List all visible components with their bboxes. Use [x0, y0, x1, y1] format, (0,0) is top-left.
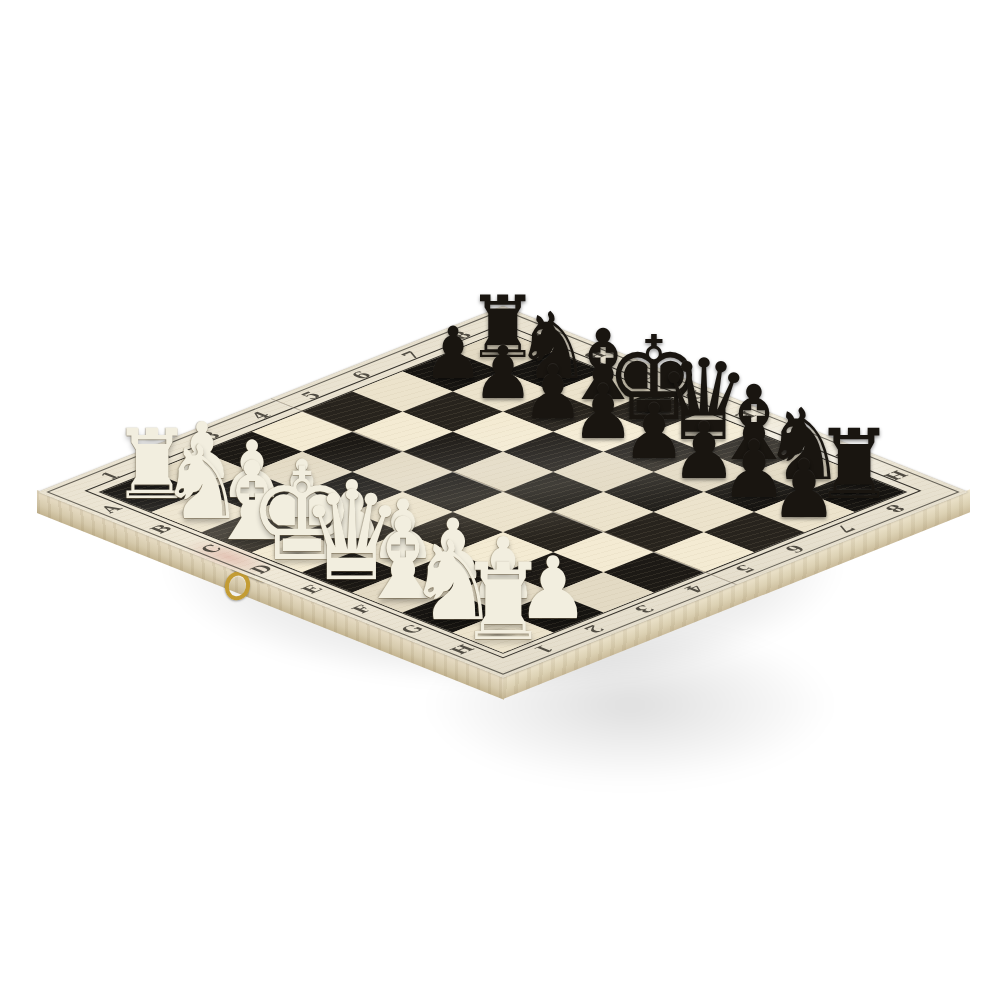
white-rook-h1[interactable]: ♜	[458, 550, 547, 656]
black-pawn-h7[interactable]: ♟	[771, 450, 838, 530]
scene: AABBCCDDEEFFGGHH1122334455667788 ♜♞♝♚♛♝♞…	[0, 0, 1000, 1000]
pieces-layer: ♜♞♝♚♛♝♞♜♟♟♟♟♟♟♟♟♟♟♟♟♟♟♟♟♜♞♝♚♛♝♞♜	[0, 0, 1000, 1000]
